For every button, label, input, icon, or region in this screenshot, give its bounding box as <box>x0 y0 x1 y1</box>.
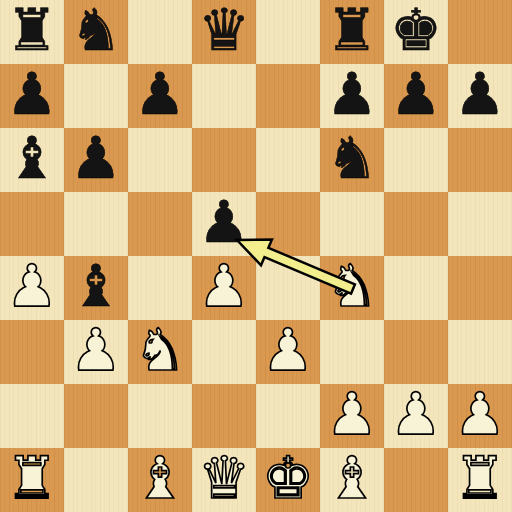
chess-board: ♜♞♛♜♚♟♟♟♟♟♝♟♞♟♟♝♟♞♟♞♟♟♟♟♜♝♛♚♝♜ <box>0 0 512 512</box>
square-e3[interactable]: ♟ <box>256 320 320 384</box>
piece-white-rook: ♜ <box>6 448 58 510</box>
square-h2[interactable]: ♟ <box>448 384 512 448</box>
piece-white-pawn: ♟ <box>262 320 314 382</box>
square-d1[interactable]: ♛ <box>192 448 256 512</box>
square-d8[interactable]: ♛ <box>192 0 256 64</box>
square-a4[interactable]: ♟ <box>0 256 64 320</box>
square-g5[interactable] <box>384 192 448 256</box>
square-a3[interactable] <box>0 320 64 384</box>
square-c8[interactable] <box>128 0 192 64</box>
square-b6[interactable]: ♟ <box>64 128 128 192</box>
square-g3[interactable] <box>384 320 448 384</box>
piece-white-pawn: ♟ <box>390 384 442 446</box>
square-h5[interactable] <box>448 192 512 256</box>
piece-black-knight: ♞ <box>70 0 122 62</box>
square-c5[interactable] <box>128 192 192 256</box>
square-e4[interactable] <box>256 256 320 320</box>
square-f1[interactable]: ♝ <box>320 448 384 512</box>
square-b1[interactable] <box>64 448 128 512</box>
square-f7[interactable]: ♟ <box>320 64 384 128</box>
piece-white-pawn: ♟ <box>454 384 506 446</box>
piece-black-rook: ♜ <box>6 0 58 62</box>
square-e1[interactable]: ♚ <box>256 448 320 512</box>
square-e8[interactable] <box>256 0 320 64</box>
piece-white-pawn: ♟ <box>326 384 378 446</box>
piece-white-knight: ♞ <box>134 320 186 382</box>
piece-white-bishop: ♝ <box>326 448 378 510</box>
square-d5[interactable]: ♟ <box>192 192 256 256</box>
square-g2[interactable]: ♟ <box>384 384 448 448</box>
piece-black-pawn: ♟ <box>70 128 122 190</box>
piece-black-pawn: ♟ <box>454 64 506 126</box>
chess-app: ♜♞♛♜♚♟♟♟♟♟♝♟♞♟♟♝♟♞♟♞♟♟♟♟♜♝♛♚♝♜ <box>0 0 512 512</box>
square-e2[interactable] <box>256 384 320 448</box>
square-g8[interactable]: ♚ <box>384 0 448 64</box>
piece-black-bishop: ♝ <box>70 256 122 318</box>
square-b5[interactable] <box>64 192 128 256</box>
square-e5[interactable] <box>256 192 320 256</box>
square-h8[interactable] <box>448 0 512 64</box>
square-h4[interactable] <box>448 256 512 320</box>
square-f4[interactable]: ♞ <box>320 256 384 320</box>
square-d3[interactable] <box>192 320 256 384</box>
square-c2[interactable] <box>128 384 192 448</box>
square-a6[interactable]: ♝ <box>0 128 64 192</box>
square-c7[interactable]: ♟ <box>128 64 192 128</box>
square-g6[interactable] <box>384 128 448 192</box>
square-g4[interactable] <box>384 256 448 320</box>
square-a1[interactable]: ♜ <box>0 448 64 512</box>
square-d2[interactable] <box>192 384 256 448</box>
square-f6[interactable]: ♞ <box>320 128 384 192</box>
piece-white-rook: ♜ <box>454 448 506 510</box>
piece-black-bishop: ♝ <box>6 128 58 190</box>
square-e6[interactable] <box>256 128 320 192</box>
piece-white-king: ♚ <box>262 448 314 510</box>
square-c4[interactable] <box>128 256 192 320</box>
piece-white-knight: ♞ <box>326 256 378 318</box>
square-f8[interactable]: ♜ <box>320 0 384 64</box>
square-a8[interactable]: ♜ <box>0 0 64 64</box>
square-h7[interactable]: ♟ <box>448 64 512 128</box>
piece-black-queen: ♛ <box>198 0 250 62</box>
square-g7[interactable]: ♟ <box>384 64 448 128</box>
square-b4[interactable]: ♝ <box>64 256 128 320</box>
piece-black-rook: ♜ <box>326 0 378 62</box>
square-a7[interactable]: ♟ <box>0 64 64 128</box>
square-a2[interactable] <box>0 384 64 448</box>
piece-white-queen: ♛ <box>198 448 250 510</box>
square-c3[interactable]: ♞ <box>128 320 192 384</box>
piece-black-pawn: ♟ <box>134 64 186 126</box>
piece-black-pawn: ♟ <box>6 64 58 126</box>
square-d7[interactable] <box>192 64 256 128</box>
piece-white-pawn: ♟ <box>198 256 250 318</box>
piece-white-pawn: ♟ <box>70 320 122 382</box>
square-b2[interactable] <box>64 384 128 448</box>
square-d4[interactable]: ♟ <box>192 256 256 320</box>
square-h3[interactable] <box>448 320 512 384</box>
square-d6[interactable] <box>192 128 256 192</box>
square-f2[interactable]: ♟ <box>320 384 384 448</box>
piece-black-pawn: ♟ <box>390 64 442 126</box>
square-h6[interactable] <box>448 128 512 192</box>
square-g1[interactable] <box>384 448 448 512</box>
square-b8[interactable]: ♞ <box>64 0 128 64</box>
square-h1[interactable]: ♜ <box>448 448 512 512</box>
piece-black-king: ♚ <box>390 0 442 62</box>
square-a5[interactable] <box>0 192 64 256</box>
square-b7[interactable] <box>64 64 128 128</box>
piece-white-bishop: ♝ <box>134 448 186 510</box>
piece-black-knight: ♞ <box>326 128 378 190</box>
piece-black-pawn: ♟ <box>326 64 378 126</box>
piece-black-pawn: ♟ <box>198 192 250 254</box>
square-c1[interactable]: ♝ <box>128 448 192 512</box>
square-c6[interactable] <box>128 128 192 192</box>
square-e7[interactable] <box>256 64 320 128</box>
square-b3[interactable]: ♟ <box>64 320 128 384</box>
square-f5[interactable] <box>320 192 384 256</box>
square-f3[interactable] <box>320 320 384 384</box>
piece-white-pawn: ♟ <box>6 256 58 318</box>
